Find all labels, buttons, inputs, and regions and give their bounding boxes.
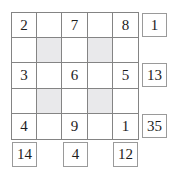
cell-r2c2 xyxy=(37,38,62,63)
cell-r5c3: 9 xyxy=(62,114,87,139)
cell-r1c5: 8 xyxy=(113,13,138,38)
cell-r1c1: 2 xyxy=(12,13,37,38)
cell-r5c4[interactable] xyxy=(88,114,113,139)
cell-r4c3[interactable] xyxy=(62,89,87,114)
row-clue-1: 1 xyxy=(142,13,167,37)
cell-r5c1: 4 xyxy=(12,114,37,139)
cell-r3c2[interactable] xyxy=(37,63,62,88)
cell-r1c2[interactable] xyxy=(37,13,62,38)
cell-r1c4[interactable] xyxy=(88,13,113,38)
cell-r5c5: 1 xyxy=(113,114,138,139)
cell-r1c3: 7 xyxy=(62,13,87,38)
cell-r3c5: 5 xyxy=(113,63,138,88)
row-clue-5: 35 xyxy=(142,114,167,138)
puzzle-canvas: 278365491 1 13 35 14 4 12 xyxy=(0,0,180,180)
col-clue-3: 4 xyxy=(63,142,88,167)
col-clue-5: 12 xyxy=(113,142,138,167)
cell-r2c1[interactable] xyxy=(12,38,37,63)
cell-r3c3: 6 xyxy=(62,63,87,88)
cell-r4c1[interactable] xyxy=(12,89,37,114)
cell-r2c3[interactable] xyxy=(62,38,87,63)
cell-r4c5[interactable] xyxy=(113,89,138,114)
cell-r3c1: 3 xyxy=(12,63,37,88)
cell-r3c4[interactable] xyxy=(88,63,113,88)
cell-r4c4 xyxy=(88,89,113,114)
row-clue-3: 13 xyxy=(142,63,167,87)
cell-r2c5[interactable] xyxy=(113,38,138,63)
cell-r4c2 xyxy=(37,89,62,114)
board: 278365491 xyxy=(11,12,139,140)
cell-r2c4 xyxy=(88,38,113,63)
cell-r5c2[interactable] xyxy=(37,114,62,139)
col-clue-1: 14 xyxy=(12,142,37,167)
